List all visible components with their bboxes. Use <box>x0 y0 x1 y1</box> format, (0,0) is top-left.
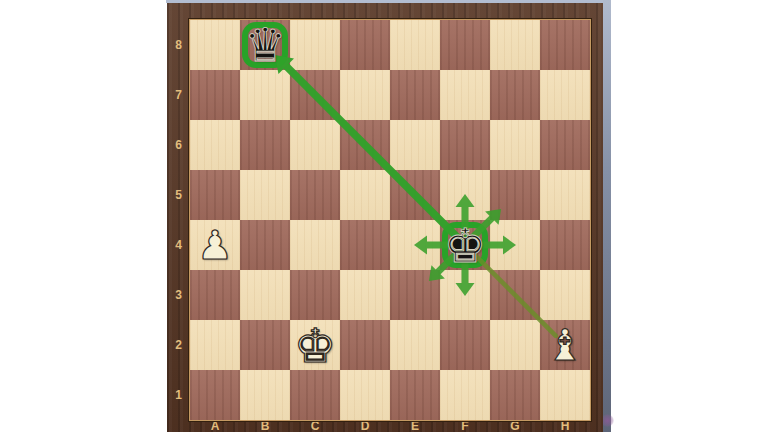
rank-label-2: 2 <box>167 320 190 370</box>
square-h2[interactable] <box>540 320 590 370</box>
square-c2[interactable] <box>290 320 340 370</box>
file-label-a: A <box>190 420 240 432</box>
square-d8[interactable] <box>340 20 390 70</box>
rank-label-6: 6 <box>167 120 190 170</box>
square-a4[interactable] <box>190 220 240 270</box>
square-f7[interactable] <box>440 70 490 120</box>
square-f1[interactable] <box>440 370 490 420</box>
square-h8[interactable] <box>540 20 590 70</box>
square-b8[interactable] <box>240 20 290 70</box>
square-e3[interactable] <box>390 270 440 320</box>
square-e5[interactable] <box>390 170 440 220</box>
square-g7[interactable] <box>490 70 540 120</box>
square-d2[interactable] <box>340 320 390 370</box>
file-label-c: C <box>290 420 340 432</box>
window-edge-right <box>603 0 611 432</box>
file-label-f: F <box>440 420 490 432</box>
square-c1[interactable] <box>290 370 340 420</box>
square-h3[interactable] <box>540 270 590 320</box>
square-f4[interactable] <box>440 220 490 270</box>
square-a2[interactable] <box>190 320 240 370</box>
square-c8[interactable] <box>290 20 340 70</box>
square-d6[interactable] <box>340 120 390 170</box>
square-a3[interactable] <box>190 270 240 320</box>
square-g4[interactable] <box>490 220 540 270</box>
square-a7[interactable] <box>190 70 240 120</box>
square-h7[interactable] <box>540 70 590 120</box>
rank-label-7: 7 <box>167 70 190 120</box>
square-b2[interactable] <box>240 320 290 370</box>
square-g6[interactable] <box>490 120 540 170</box>
square-h6[interactable] <box>540 120 590 170</box>
square-d5[interactable] <box>340 170 390 220</box>
square-f6[interactable] <box>440 120 490 170</box>
square-g8[interactable] <box>490 20 540 70</box>
square-f2[interactable] <box>440 320 490 370</box>
square-c5[interactable] <box>290 170 340 220</box>
rank-label-3: 3 <box>167 270 190 320</box>
square-a5[interactable] <box>190 170 240 220</box>
square-b4[interactable] <box>240 220 290 270</box>
file-label-d: D <box>340 420 390 432</box>
square-e7[interactable] <box>390 70 440 120</box>
file-label-b: B <box>240 420 290 432</box>
square-a1[interactable] <box>190 370 240 420</box>
square-h4[interactable] <box>540 220 590 270</box>
square-b1[interactable] <box>240 370 290 420</box>
square-f3[interactable] <box>440 270 490 320</box>
square-a8[interactable] <box>190 20 240 70</box>
square-b3[interactable] <box>240 270 290 320</box>
square-g2[interactable] <box>490 320 540 370</box>
rank-label-5: 5 <box>167 170 190 220</box>
square-d7[interactable] <box>340 70 390 120</box>
file-label-h: H <box>540 420 590 432</box>
square-h5[interactable] <box>540 170 590 220</box>
square-h1[interactable] <box>540 370 590 420</box>
square-f5[interactable] <box>440 170 490 220</box>
rank-labels: 87654321 <box>167 20 190 420</box>
rank-label-1: 1 <box>167 370 190 420</box>
square-e4[interactable] <box>390 220 440 270</box>
rank-label-8: 8 <box>167 20 190 70</box>
square-c7[interactable] <box>290 70 340 120</box>
square-d1[interactable] <box>340 370 390 420</box>
square-g3[interactable] <box>490 270 540 320</box>
square-b5[interactable] <box>240 170 290 220</box>
square-e8[interactable] <box>390 20 440 70</box>
square-g1[interactable] <box>490 370 540 420</box>
file-labels: ABCDEFGH <box>190 420 590 432</box>
square-f8[interactable] <box>440 20 490 70</box>
square-c4[interactable] <box>290 220 340 270</box>
square-e1[interactable] <box>390 370 440 420</box>
square-b6[interactable] <box>240 120 290 170</box>
square-d3[interactable] <box>340 270 390 320</box>
file-label-e: E <box>390 420 440 432</box>
square-a6[interactable] <box>190 120 240 170</box>
board-frame: 87654321 ABCDEFGH ♛♚♟♚♝ <box>167 3 603 432</box>
square-b7[interactable] <box>240 70 290 120</box>
file-label-g: G <box>490 420 540 432</box>
square-g5[interactable] <box>490 170 540 220</box>
rank-label-4: 4 <box>167 220 190 270</box>
square-c6[interactable] <box>290 120 340 170</box>
square-e6[interactable] <box>390 120 440 170</box>
square-d4[interactable] <box>340 220 390 270</box>
square-c3[interactable] <box>290 270 340 320</box>
board-grid: ♛♚♟♚♝ <box>190 20 590 420</box>
square-e2[interactable] <box>390 320 440 370</box>
